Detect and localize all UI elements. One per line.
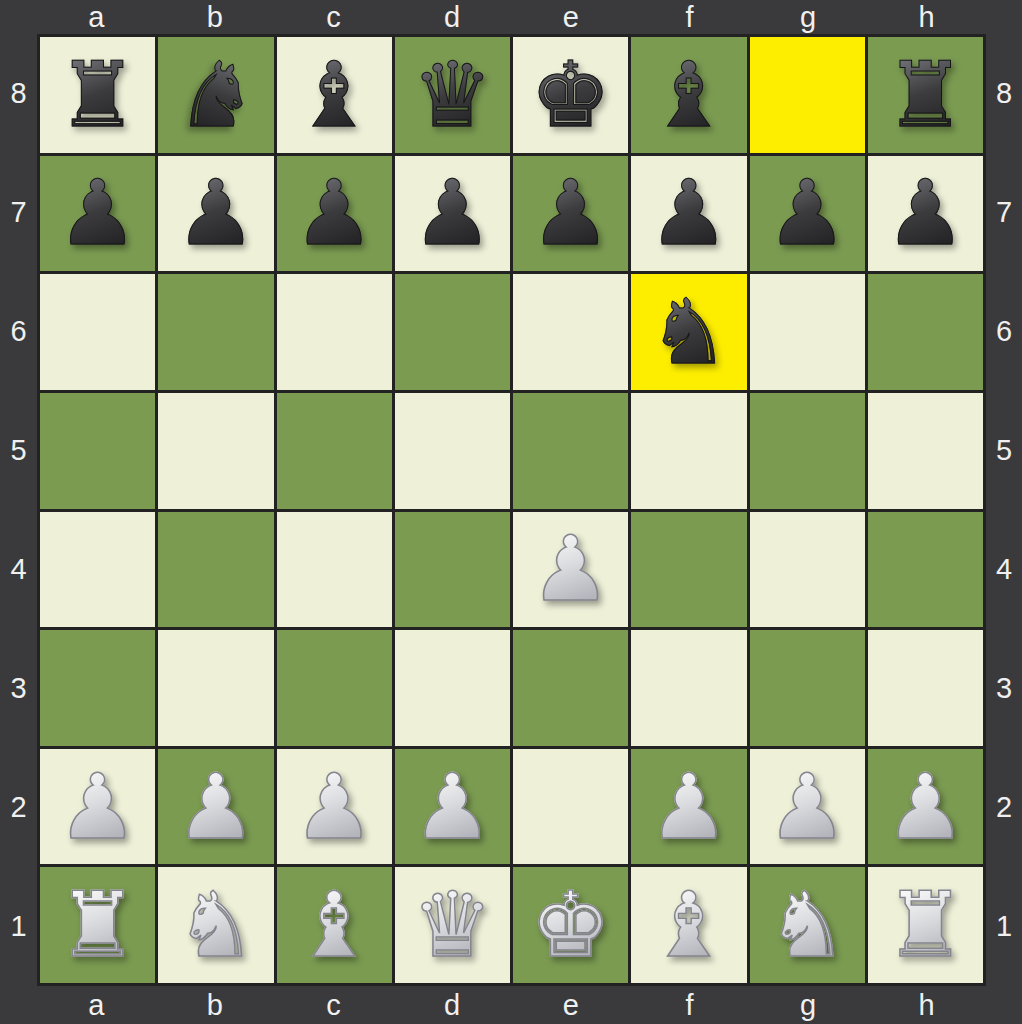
rank-label-left-6: 6: [0, 272, 37, 391]
file-label-bottom-h: h: [867, 986, 986, 1024]
white-bishop-piece[interactable]: ♝: [649, 880, 730, 970]
square-d6[interactable]: [395, 274, 510, 390]
square-b2[interactable]: ♟: [158, 749, 273, 865]
square-d7[interactable]: ♟: [395, 156, 510, 272]
white-knight-piece[interactable]: ♞: [176, 880, 257, 970]
square-f1[interactable]: ♝: [631, 867, 746, 983]
file-label-bottom-a: a: [37, 986, 156, 1024]
square-e1[interactable]: ♚: [513, 867, 628, 983]
square-d5[interactable]: [395, 393, 510, 509]
chess-board: ♜♞♝♛♚♝♜♟♟♟♟♟♟♟♟♞♟♟♟♟♟♟♟♟♜♞♝♛♚♝♞♜: [37, 34, 986, 986]
rank-label-right-8: 8: [986, 34, 1022, 153]
black-pawn-piece[interactable]: ♟: [767, 168, 848, 258]
black-pawn-piece[interactable]: ♟: [885, 168, 966, 258]
black-pawn-piece[interactable]: ♟: [57, 168, 138, 258]
rank-label-left-5: 5: [0, 391, 37, 510]
square-e6[interactable]: [513, 274, 628, 390]
rank-label-right-1: 1: [986, 867, 1022, 986]
square-d4[interactable]: [395, 512, 510, 628]
square-d3[interactable]: [395, 630, 510, 746]
file-label-bottom-b: b: [156, 986, 275, 1024]
rank-label-right-3: 3: [986, 629, 1022, 748]
black-knight-piece[interactable]: ♞: [176, 50, 257, 140]
file-label-top-c: c: [274, 0, 393, 34]
white-pawn-piece[interactable]: ♟: [412, 762, 493, 852]
square-a2[interactable]: ♟: [40, 749, 155, 865]
file-label-top-a: a: [37, 0, 156, 34]
white-pawn-piece[interactable]: ♟: [294, 762, 375, 852]
rank-label-right-4: 4: [986, 510, 1022, 629]
black-bishop-piece[interactable]: ♝: [649, 50, 730, 140]
white-pawn-piece[interactable]: ♟: [530, 524, 611, 614]
square-c8[interactable]: ♝: [277, 37, 392, 153]
black-bishop-piece[interactable]: ♝: [294, 50, 375, 140]
black-queen-piece[interactable]: ♛: [412, 50, 493, 140]
square-h4[interactable]: [868, 512, 983, 628]
square-g1[interactable]: ♞: [750, 867, 865, 983]
file-label-bottom-d: d: [393, 986, 512, 1024]
white-pawn-piece[interactable]: ♟: [176, 762, 257, 852]
black-rook-piece[interactable]: ♜: [57, 50, 138, 140]
black-knight-piece[interactable]: ♞: [649, 287, 730, 377]
square-f8[interactable]: ♝: [631, 37, 746, 153]
white-pawn-piece[interactable]: ♟: [57, 762, 138, 852]
black-pawn-piece[interactable]: ♟: [412, 168, 493, 258]
square-a6[interactable]: [40, 274, 155, 390]
square-d8[interactable]: ♛: [395, 37, 510, 153]
square-c5[interactable]: [277, 393, 392, 509]
file-label-bottom-c: c: [274, 986, 393, 1024]
square-b5[interactable]: [158, 393, 273, 509]
square-c2[interactable]: ♟: [277, 749, 392, 865]
file-label-bottom-f: f: [630, 986, 749, 1024]
rank-label-left-8: 8: [0, 34, 37, 153]
square-b7[interactable]: ♟: [158, 156, 273, 272]
white-bishop-piece[interactable]: ♝: [294, 880, 375, 970]
black-pawn-piece[interactable]: ♟: [294, 168, 375, 258]
white-king-piece[interactable]: ♚: [530, 880, 611, 970]
rank-label-right-5: 5: [986, 391, 1022, 510]
square-a8[interactable]: ♜: [40, 37, 155, 153]
square-e8[interactable]: ♚: [513, 37, 628, 153]
square-c4[interactable]: [277, 512, 392, 628]
square-e5[interactable]: [513, 393, 628, 509]
square-a3[interactable]: [40, 630, 155, 746]
square-h2[interactable]: ♟: [868, 749, 983, 865]
square-c7[interactable]: ♟: [277, 156, 392, 272]
black-king-piece[interactable]: ♚: [530, 50, 611, 140]
square-b6[interactable]: [158, 274, 273, 390]
square-f3[interactable]: [631, 630, 746, 746]
square-b3[interactable]: [158, 630, 273, 746]
black-rook-piece[interactable]: ♜: [885, 50, 966, 140]
square-f6[interactable]: ♞: [631, 274, 746, 390]
square-a4[interactable]: [40, 512, 155, 628]
square-f2[interactable]: ♟: [631, 749, 746, 865]
rank-label-right-7: 7: [986, 153, 1022, 272]
chess-board-frame: ♜♞♝♛♚♝♜♟♟♟♟♟♟♟♟♞♟♟♟♟♟♟♟♟♜♞♝♛♚♝♞♜ aabbccd…: [0, 0, 1022, 1024]
square-e7[interactable]: ♟: [513, 156, 628, 272]
rank-label-left-2: 2: [0, 748, 37, 867]
square-f4[interactable]: [631, 512, 746, 628]
square-b8[interactable]: ♞: [158, 37, 273, 153]
white-pawn-piece[interactable]: ♟: [649, 762, 730, 852]
square-h5[interactable]: [868, 393, 983, 509]
square-g2[interactable]: ♟: [750, 749, 865, 865]
square-e4[interactable]: ♟: [513, 512, 628, 628]
square-g3[interactable]: [750, 630, 865, 746]
rank-label-left-7: 7: [0, 153, 37, 272]
file-label-bottom-e: e: [512, 986, 631, 1024]
square-b4[interactable]: [158, 512, 273, 628]
rank-label-left-3: 3: [0, 629, 37, 748]
black-pawn-piece[interactable]: ♟: [649, 168, 730, 258]
square-c6[interactable]: [277, 274, 392, 390]
file-label-top-b: b: [156, 0, 275, 34]
file-label-top-h: h: [867, 0, 986, 34]
square-h1[interactable]: ♜: [868, 867, 983, 983]
square-g6[interactable]: [750, 274, 865, 390]
rank-label-right-6: 6: [986, 272, 1022, 391]
square-e3[interactable]: [513, 630, 628, 746]
square-h8[interactable]: ♜: [868, 37, 983, 153]
file-label-bottom-g: g: [749, 986, 868, 1024]
square-f5[interactable]: [631, 393, 746, 509]
square-e2[interactable]: [513, 749, 628, 865]
square-g5[interactable]: [750, 393, 865, 509]
square-f7[interactable]: ♟: [631, 156, 746, 272]
file-label-top-f: f: [630, 0, 749, 34]
square-g7[interactable]: ♟: [750, 156, 865, 272]
file-label-top-g: g: [749, 0, 868, 34]
square-a1[interactable]: ♜: [40, 867, 155, 983]
rank-label-right-2: 2: [986, 748, 1022, 867]
white-queen-piece[interactable]: ♛: [412, 880, 493, 970]
rank-label-left-4: 4: [0, 510, 37, 629]
file-label-top-d: d: [393, 0, 512, 34]
square-a7[interactable]: ♟: [40, 156, 155, 272]
square-g4[interactable]: [750, 512, 865, 628]
square-d2[interactable]: ♟: [395, 749, 510, 865]
square-h7[interactable]: ♟: [868, 156, 983, 272]
white-pawn-piece[interactable]: ♟: [767, 762, 848, 852]
file-label-top-e: e: [512, 0, 631, 34]
square-g8[interactable]: [750, 37, 865, 153]
square-h6[interactable]: [868, 274, 983, 390]
square-d1[interactable]: ♛: [395, 867, 510, 983]
white-rook-piece[interactable]: ♜: [885, 880, 966, 970]
square-c1[interactable]: ♝: [277, 867, 392, 983]
square-h3[interactable]: [868, 630, 983, 746]
rank-label-left-1: 1: [0, 867, 37, 986]
square-b1[interactable]: ♞: [158, 867, 273, 983]
white-knight-piece[interactable]: ♞: [767, 880, 848, 970]
square-a5[interactable]: [40, 393, 155, 509]
square-c3[interactable]: [277, 630, 392, 746]
black-pawn-piece[interactable]: ♟: [530, 168, 611, 258]
black-pawn-piece[interactable]: ♟: [176, 168, 257, 258]
white-pawn-piece[interactable]: ♟: [885, 762, 966, 852]
white-rook-piece[interactable]: ♜: [57, 880, 138, 970]
